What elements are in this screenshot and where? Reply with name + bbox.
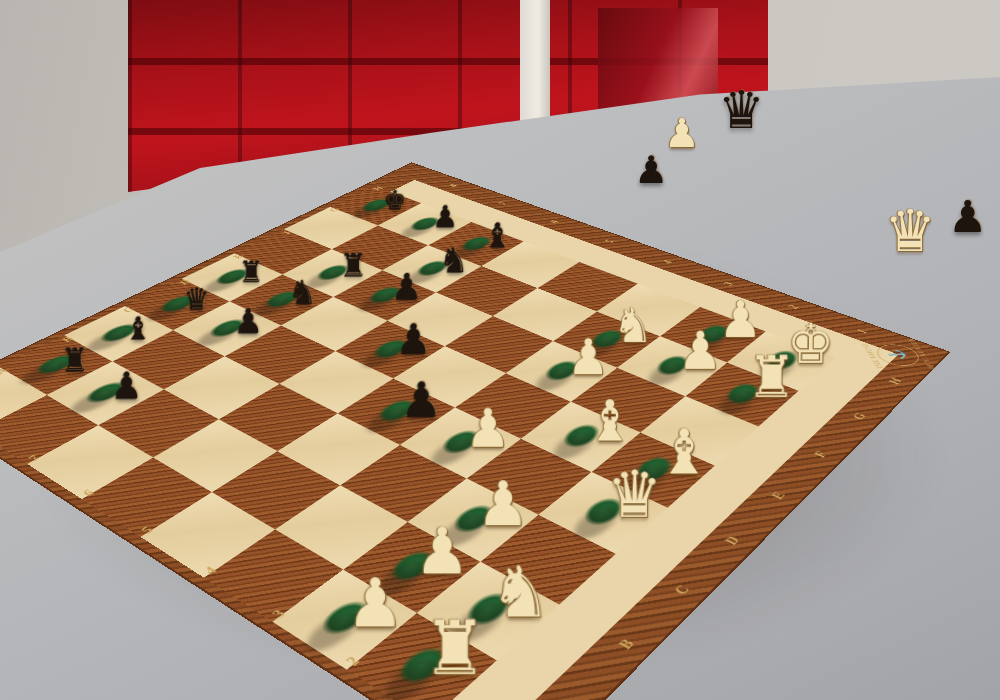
spare-black-queen: ♛: [718, 86, 765, 135]
rank-label-right-4: 4: [655, 256, 680, 268]
captured-white-pawn: ♟: [664, 114, 700, 152]
file-label-bottom-g: G: [844, 408, 873, 425]
spare-white-queen: ♛: [884, 204, 936, 259]
captured-black-pawn-1: ♟: [634, 152, 668, 188]
table-piece-shadow: [945, 230, 992, 242]
file-label-bottom-b: B: [607, 631, 644, 658]
file-label-bottom-c: C: [664, 578, 699, 602]
table-piece-shadow: [631, 180, 672, 192]
photo-scene: ♜♝♛♜♚♟♟♞♜♟♟♞♝♟♟♟♟♞♟♟♟♝♟♟♜♞♛♝♜♚ AA88BB77C…: [0, 0, 1000, 700]
rank-label-right-3: 3: [716, 278, 741, 291]
file-label-bottom-e: E: [762, 485, 794, 505]
file-label-bottom-f: F: [805, 445, 836, 464]
captured-black-pawn-2: ♟: [948, 196, 987, 238]
rank-label-right-5: 5: [597, 236, 621, 247]
table-piece-shadow: [714, 127, 770, 139]
rank-label-right-8: 8: [442, 181, 465, 191]
file-label-bottom-d: D: [715, 529, 749, 551]
rank-label-right-6: 6: [543, 217, 567, 228]
rank-label-right-7: 7: [491, 198, 514, 208]
file-label-bottom-a: A: [545, 689, 584, 700]
table-piece-shadow: [880, 251, 942, 263]
